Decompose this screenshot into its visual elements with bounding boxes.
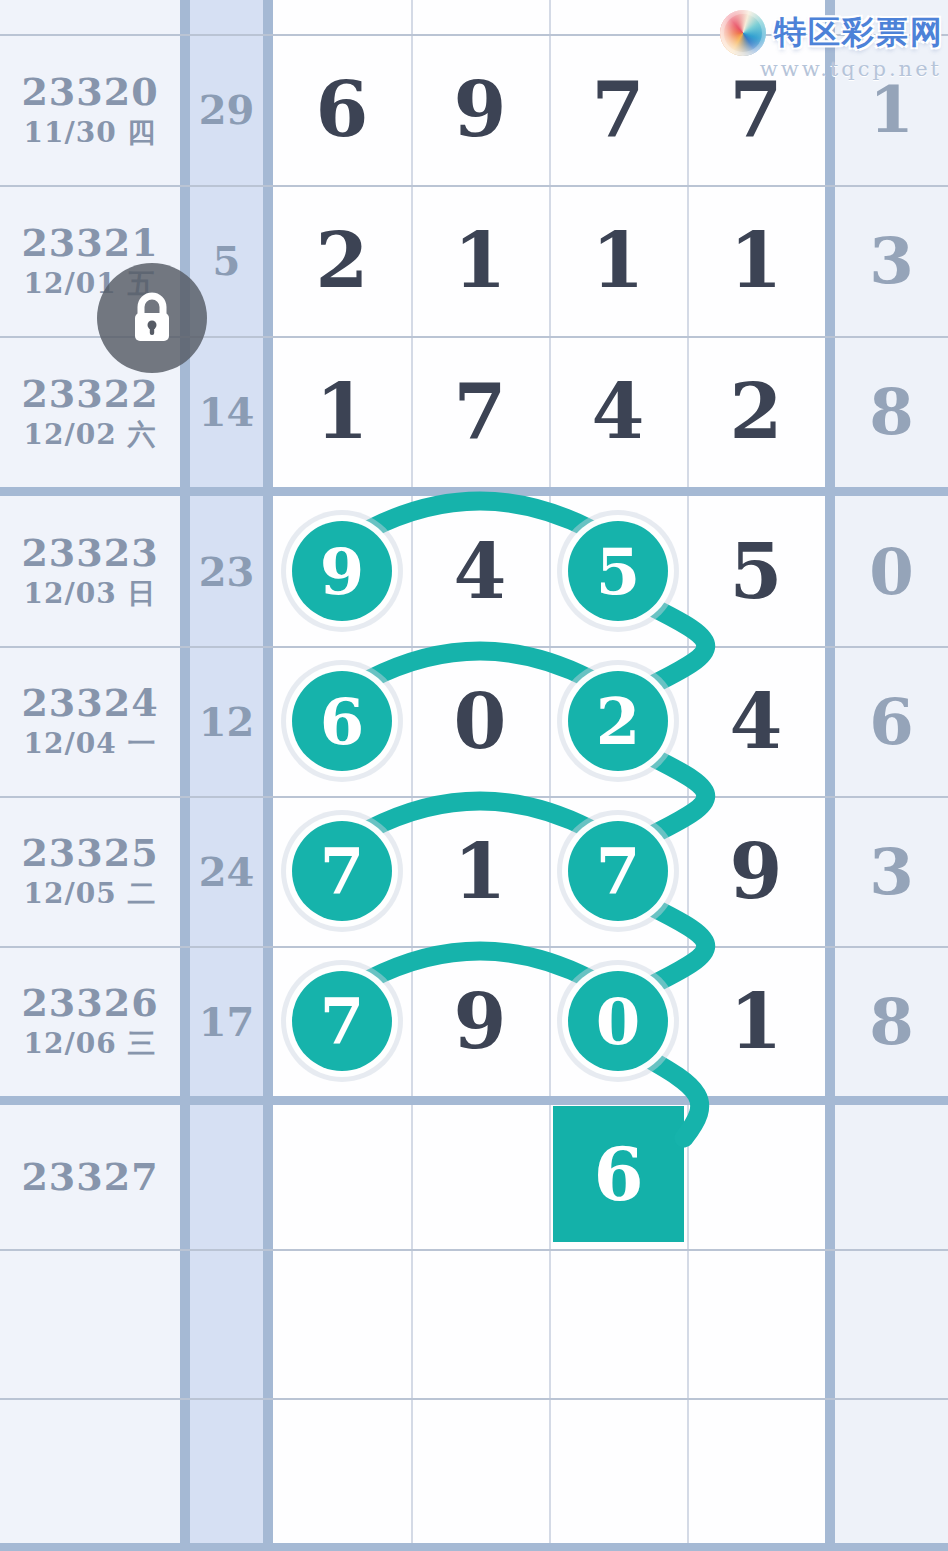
logo-swirl-icon xyxy=(720,10,766,56)
sum-cell: 12 xyxy=(190,646,263,796)
prediction-square: 6 xyxy=(553,1106,684,1242)
sum-cell: 17 xyxy=(190,946,263,1096)
period-cell: 2332412/04 一 xyxy=(0,646,180,796)
digit-cell: 9 xyxy=(411,34,549,185)
logo-title: 特区彩票网 xyxy=(774,11,944,55)
digit-cell: 1 xyxy=(411,796,549,946)
digit-cell: 4 xyxy=(687,646,825,796)
extra-digit-cell: 8 xyxy=(835,946,948,1096)
digit-cell: 1 xyxy=(273,336,411,487)
extra-digit-cell: 0 xyxy=(835,496,948,646)
circled-digit: 9 xyxy=(292,521,392,621)
grid-bar-horizontal xyxy=(0,1543,948,1551)
period-label: 23326 xyxy=(21,983,158,1023)
period-cell: 23327 xyxy=(0,1105,180,1249)
digit-cell: 9 xyxy=(411,946,549,1096)
period-label: 23321 xyxy=(21,223,158,263)
extra-digit-cell: 3 xyxy=(835,796,948,946)
digit-cell: 6 xyxy=(273,34,411,185)
digit-cell: 1 xyxy=(549,185,687,336)
extra-digit-cell: 3 xyxy=(835,185,948,336)
grid-bar-horizontal xyxy=(0,1096,948,1105)
period-label: 23320 xyxy=(21,72,158,112)
sum-cell: 14 xyxy=(190,336,263,487)
extra-digit-cell: 8 xyxy=(835,336,948,487)
period-cell: 2332312/03 日 xyxy=(0,496,180,646)
digit-cell: 2 xyxy=(273,185,411,336)
padlock-glyph xyxy=(123,289,181,347)
digit-cell: 1 xyxy=(687,185,825,336)
grid-bar-vertical xyxy=(180,0,190,1551)
digit-cell: 1 xyxy=(411,185,549,336)
extra-digit-cell: 6 xyxy=(835,646,948,796)
circled-digit: 6 xyxy=(292,671,392,771)
date-label: 12/06 三 xyxy=(24,1029,157,1058)
period-label: 23327 xyxy=(21,1157,158,1197)
period-label: 23323 xyxy=(21,533,158,573)
date-label: 12/02 六 xyxy=(24,420,157,449)
date-label: 11/30 四 xyxy=(24,118,157,147)
grid-line-horizontal xyxy=(0,1249,948,1251)
circled-digit: 2 xyxy=(568,671,668,771)
grid-bar-vertical xyxy=(825,0,835,1551)
period-label: 23324 xyxy=(21,683,158,723)
digit-cell: 7 xyxy=(549,34,687,185)
sum-cell: 24 xyxy=(190,796,263,946)
site-logo[interactable]: 特区彩票网 www.tqcp.net xyxy=(720,10,944,81)
period-label: 23322 xyxy=(21,374,158,414)
date-label: 12/04 一 xyxy=(24,729,157,758)
grid-bar-vertical xyxy=(263,0,273,1551)
circled-digit: 7 xyxy=(292,971,392,1071)
digit-cell: 9 xyxy=(687,796,825,946)
grid-line-horizontal xyxy=(0,1398,948,1400)
circled-digit: 0 xyxy=(568,971,668,1071)
circled-digit: 5 xyxy=(568,521,668,621)
period-cell: 2332612/06 三 xyxy=(0,946,180,1096)
digit-cell: 4 xyxy=(549,336,687,487)
sum-cell: 29 xyxy=(190,34,263,185)
grid-bar-horizontal xyxy=(0,487,948,496)
period-cell: 2332011/30 四 xyxy=(0,34,180,185)
digit-cell: 4 xyxy=(411,496,549,646)
circled-digit: 7 xyxy=(568,821,668,921)
date-label: 12/03 日 xyxy=(24,579,157,608)
date-label: 12/05 二 xyxy=(24,879,157,908)
digit-cell: 2 xyxy=(687,336,825,487)
circled-digit: 7 xyxy=(292,821,392,921)
digit-cell: 7 xyxy=(411,336,549,487)
period-label: 23325 xyxy=(21,833,158,873)
digit-cell: 0 xyxy=(411,646,549,796)
lock-icon[interactable] xyxy=(97,263,207,373)
logo-watermark: www.tqcp.net xyxy=(720,57,942,81)
trend-chart-board: 特区彩票网 www.tqcp.net 2332011/30 四296977123… xyxy=(0,0,948,1551)
digit-cell: 1 xyxy=(687,946,825,1096)
period-cell: 2332512/05 二 xyxy=(0,796,180,946)
digit-cell: 5 xyxy=(687,496,825,646)
sum-cell: 23 xyxy=(190,496,263,646)
